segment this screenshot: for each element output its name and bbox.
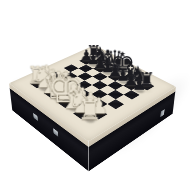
chess-set-photo: ♜♞♝♛♚♝♞♜♟♟♟♟♟♟♟♟♟♟♟♟♟♟♟♟♜♞♝♛♚♝♞♜: [0, 0, 190, 190]
chess-board: ♜♞♝♛♚♝♞♜♟♟♟♟♟♟♟♟♟♟♟♟♟♟♟♟♜♞♝♛♚♝♞♜: [9, 45, 176, 142]
scene-3d: ♜♞♝♛♚♝♞♜♟♟♟♟♟♟♟♟♟♟♟♟♟♟♟♟♜♞♝♛♚♝♞♜: [0, 0, 190, 190]
piece-white-rook: ♜: [77, 95, 102, 123]
box-latch: [53, 128, 58, 137]
piece-black-pawn: ♟: [132, 76, 147, 93]
box-latch: [160, 109, 164, 117]
box-latch: [33, 113, 38, 121]
